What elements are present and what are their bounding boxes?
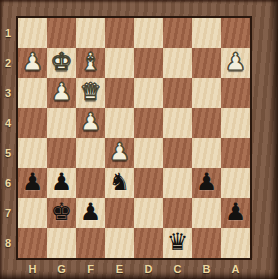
square-d1[interactable] [134, 18, 163, 48]
square-c4[interactable] [163, 108, 192, 138]
square-f1[interactable] [76, 18, 105, 48]
square-h8[interactable] [18, 228, 47, 258]
square-a1[interactable] [221, 18, 250, 48]
piece-white-pawn[interactable]: ♟ [80, 110, 102, 134]
piece-black-pawn[interactable]: ♟ [196, 170, 218, 194]
square-f5[interactable] [76, 138, 105, 168]
square-e3[interactable] [105, 78, 134, 108]
square-b6[interactable]: ♟ [192, 168, 221, 198]
square-h1[interactable] [18, 18, 47, 48]
square-a8[interactable] [221, 228, 250, 258]
square-d2[interactable] [134, 48, 163, 78]
rank-label-3: 3 [0, 78, 16, 108]
square-e2[interactable] [105, 48, 134, 78]
piece-white-pawn[interactable]: ♟ [225, 50, 247, 74]
square-b1[interactable] [192, 18, 221, 48]
square-f6[interactable] [76, 168, 105, 198]
piece-white-bishop[interactable]: ♝ [80, 50, 102, 74]
square-a6[interactable] [221, 168, 250, 198]
square-g2[interactable]: ♚ [47, 48, 76, 78]
file-label-f: F [76, 259, 105, 279]
square-h4[interactable] [18, 108, 47, 138]
square-b2[interactable] [192, 48, 221, 78]
file-label-b: B [192, 259, 221, 279]
square-c1[interactable] [163, 18, 192, 48]
square-h7[interactable] [18, 198, 47, 228]
square-c3[interactable] [163, 78, 192, 108]
board-frame: 12345678 ♟♚♝♟♟♛♟♟♟♟♞♟♚♟♟♛ HGFEDCBA [0, 0, 278, 279]
rank-label-5: 5 [0, 138, 16, 168]
square-e6[interactable]: ♞ [105, 168, 134, 198]
square-d7[interactable] [134, 198, 163, 228]
square-a4[interactable] [221, 108, 250, 138]
file-label-g: G [47, 259, 76, 279]
square-f8[interactable] [76, 228, 105, 258]
square-c8[interactable]: ♛ [163, 228, 192, 258]
square-e5[interactable]: ♟ [105, 138, 134, 168]
rank-label-8: 8 [0, 228, 16, 258]
square-c5[interactable] [163, 138, 192, 168]
square-g3[interactable]: ♟ [47, 78, 76, 108]
file-label-h: H [18, 259, 47, 279]
square-d4[interactable] [134, 108, 163, 138]
square-g6[interactable]: ♟ [47, 168, 76, 198]
piece-black-queen[interactable]: ♛ [167, 230, 189, 254]
square-d3[interactable] [134, 78, 163, 108]
square-f4[interactable]: ♟ [76, 108, 105, 138]
square-f7[interactable]: ♟ [76, 198, 105, 228]
square-g5[interactable] [47, 138, 76, 168]
piece-white-king[interactable]: ♚ [51, 50, 73, 74]
piece-white-pawn[interactable]: ♟ [109, 140, 131, 164]
rank-labels: 12345678 [0, 18, 16, 258]
square-c2[interactable] [163, 48, 192, 78]
piece-white-pawn[interactable]: ♟ [22, 50, 44, 74]
piece-white-pawn[interactable]: ♟ [51, 80, 73, 104]
square-h3[interactable] [18, 78, 47, 108]
square-b5[interactable] [192, 138, 221, 168]
square-c7[interactable] [163, 198, 192, 228]
file-label-e: E [105, 259, 134, 279]
chess-board: ♟♚♝♟♟♛♟♟♟♟♞♟♚♟♟♛ [16, 16, 252, 260]
file-labels: HGFEDCBA [18, 259, 250, 279]
piece-black-king[interactable]: ♚ [51, 200, 73, 224]
square-b8[interactable] [192, 228, 221, 258]
square-a3[interactable] [221, 78, 250, 108]
rank-label-4: 4 [0, 108, 16, 138]
square-a7[interactable]: ♟ [221, 198, 250, 228]
file-label-a: A [221, 259, 250, 279]
square-b7[interactable] [192, 198, 221, 228]
square-h6[interactable]: ♟ [18, 168, 47, 198]
square-h2[interactable]: ♟ [18, 48, 47, 78]
square-b3[interactable] [192, 78, 221, 108]
square-a2[interactable]: ♟ [221, 48, 250, 78]
square-e4[interactable] [105, 108, 134, 138]
square-h5[interactable] [18, 138, 47, 168]
piece-black-pawn[interactable]: ♟ [80, 200, 102, 224]
square-e8[interactable] [105, 228, 134, 258]
piece-black-knight[interactable]: ♞ [109, 170, 131, 194]
square-b4[interactable] [192, 108, 221, 138]
rank-label-7: 7 [0, 198, 16, 228]
square-e7[interactable] [105, 198, 134, 228]
square-d5[interactable] [134, 138, 163, 168]
rank-label-6: 6 [0, 168, 16, 198]
file-label-d: D [134, 259, 163, 279]
square-g8[interactable] [47, 228, 76, 258]
piece-black-pawn[interactable]: ♟ [22, 170, 44, 194]
square-g4[interactable] [47, 108, 76, 138]
square-a5[interactable] [221, 138, 250, 168]
square-e1[interactable] [105, 18, 134, 48]
file-label-c: C [163, 259, 192, 279]
piece-black-pawn[interactable]: ♟ [225, 200, 247, 224]
piece-black-pawn[interactable]: ♟ [51, 170, 73, 194]
square-d6[interactable] [134, 168, 163, 198]
square-c6[interactable] [163, 168, 192, 198]
square-g1[interactable] [47, 18, 76, 48]
square-f2[interactable]: ♝ [76, 48, 105, 78]
square-d8[interactable] [134, 228, 163, 258]
square-f3[interactable]: ♛ [76, 78, 105, 108]
rank-label-1: 1 [0, 18, 16, 48]
rank-label-2: 2 [0, 48, 16, 78]
square-g7[interactable]: ♚ [47, 198, 76, 228]
piece-white-queen[interactable]: ♛ [80, 80, 102, 104]
